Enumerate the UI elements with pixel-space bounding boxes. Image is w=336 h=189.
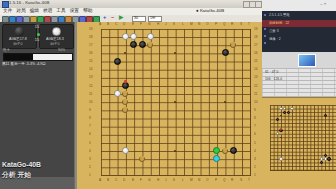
toolbar-field-value: 1秒 — [150, 16, 156, 20]
list-row-text: 偶像 · 2 — [269, 37, 281, 41]
winrate-bar — [3, 53, 73, 61]
coord-number-left: 13 — [89, 75, 93, 79]
coord-number-right: 15 — [254, 59, 258, 63]
coord-letter-top: M — [190, 22, 193, 26]
coord-number-right: 13 — [254, 75, 258, 79]
menu-item-对局[interactable]: 对局 — [16, 8, 25, 13]
coord-number-left: 3 — [89, 157, 91, 161]
close-button[interactable] — [255, 1, 262, 8]
coord-letter-bottom: B — [107, 178, 109, 182]
coord-number-left: 9 — [89, 108, 91, 112]
menu-item-工具[interactable]: 工具 — [56, 8, 65, 13]
secondary-window-buttons[interactable]: – × — [320, 1, 326, 6]
coord-letter-bottom: O — [206, 178, 208, 182]
list-row-text: 点赞 3 — [269, 29, 279, 33]
coord-number-right: 19 — [254, 27, 258, 31]
list-row-text: 2.5.1 4.5 黑胜 — [269, 13, 290, 17]
menu-item-棋谱[interactable]: 棋谱 — [43, 8, 52, 13]
black-stone[interactable] — [324, 154, 327, 157]
black-player-name: AI绝艺17.8 — [3, 37, 33, 41]
move-info-line: 黑11 最后一手 -5.3% -4.9目 — [2, 62, 46, 66]
black-stone[interactable] — [222, 49, 229, 56]
black-stone[interactable] — [276, 118, 279, 121]
toolbar-control-3[interactable]: ▶ — [119, 15, 123, 20]
white-player-name: AI绝艺18.3 — [40, 37, 70, 41]
coord-letter-top: J — [165, 22, 167, 26]
white-player-card: AI绝艺18.3 贴子0 — [39, 24, 74, 49]
menu-item-帮助[interactable]: 帮助 — [83, 8, 92, 13]
black-player-sub: 贴子0 — [3, 42, 33, 46]
coord-letter-top: S — [240, 22, 242, 26]
white-player-sub: 贴子0 — [40, 42, 70, 46]
menu-item-编辑[interactable]: 编辑 — [30, 8, 39, 13]
coord-number-left: 4 — [89, 149, 91, 153]
toolbar-control-2[interactable]: − — [111, 15, 114, 20]
coord-number-right: 7 — [254, 124, 256, 128]
coord-letter-top: C — [115, 22, 117, 26]
winrate-label: 胜率 — [3, 48, 10, 52]
coord-letter-bottom: C — [115, 178, 117, 182]
go-analysis-app: 1.5.16 - KataGo-40B 文件对局编辑棋谱工具设置帮助 ● Kat… — [0, 0, 336, 189]
list-row[interactable]: 点赞 3 — [262, 28, 336, 35]
white-stone[interactable] — [290, 107, 293, 110]
list-row-text: 训练时间 · 22 — [269, 21, 289, 25]
coord-letter-top: E — [132, 22, 134, 26]
black-stone[interactable] — [114, 58, 121, 65]
white-counter: 15 — [33, 37, 41, 42]
toolbar-control-1[interactable]: + — [103, 15, 106, 20]
coord-letter-bottom: N — [198, 178, 200, 182]
last-move-marker — [124, 80, 127, 83]
list-row[interactable]: 2.5.1 4.5 黑胜 — [262, 12, 336, 19]
black-stone[interactable] — [139, 41, 146, 48]
coord-number-right: 8 — [254, 116, 256, 120]
black-stone[interactable] — [230, 147, 237, 154]
coord-letter-top: R — [231, 22, 233, 26]
black-stone-icon — [15, 27, 24, 36]
coord-number-right: 2 — [254, 165, 256, 169]
coord-number-left: 10 — [89, 100, 93, 104]
coord-number-right: 16 — [254, 51, 258, 55]
list-row[interactable]: 训练时间 · 22 — [262, 20, 336, 27]
coord-number-left: 5 — [89, 141, 91, 145]
coord-letter-bottom: A — [99, 178, 101, 182]
coord-letter-bottom: M — [190, 178, 193, 182]
table-row-text[interactable]: 61 · 47.0 — [265, 70, 278, 74]
coord-number-left: 14 — [89, 67, 93, 71]
panel-bottom-strip — [0, 177, 74, 189]
variation-go-board[interactable] — [262, 97, 336, 189]
white-stone-icon — [52, 27, 61, 36]
analysis-table: 61 · 47.0106 · 126.0 — [262, 68, 336, 97]
coord-number-left: 16 — [89, 51, 93, 55]
table-row-text[interactable]: 106 · 126.0 — [265, 77, 282, 81]
coord-letter-top: B — [107, 22, 109, 26]
coord-number-left: 18 — [89, 35, 93, 39]
coord-letter-bottom: T — [248, 178, 250, 182]
toolbar-field-value: 30 — [134, 16, 138, 20]
white-stone[interactable] — [114, 90, 121, 97]
coord-number-right: 4 — [254, 149, 256, 153]
star-point — [325, 137, 326, 138]
coord-number-left: 8 — [89, 116, 91, 120]
white-stone[interactable] — [147, 33, 154, 40]
coord-letter-bottom: P — [215, 178, 217, 182]
coord-number-right: 6 — [254, 132, 256, 136]
black-stone[interactable] — [122, 82, 129, 89]
coord-number-right: 11 — [254, 92, 257, 96]
coord-letter-top: N — [198, 22, 200, 26]
coord-letter-bottom: J — [165, 178, 167, 182]
coord-letter-top: Q — [223, 22, 225, 26]
coord-letter-bottom: H — [157, 178, 159, 182]
coord-letter-top: H — [157, 22, 159, 26]
black-counter: 15 — [33, 24, 41, 29]
coord-number-right: 12 — [254, 84, 258, 88]
menu-item-文件[interactable]: 文件 — [3, 8, 12, 13]
info-panel: AI绝艺17.8 贴子0 AI绝艺18.3 贴子0 15 15 胜率 90% 黑… — [0, 22, 74, 189]
star-point — [303, 137, 304, 138]
app-icon — [2, 1, 9, 8]
white-stone[interactable] — [279, 157, 282, 160]
coord-letter-top: P — [215, 22, 217, 26]
coord-letter-bottom: R — [231, 178, 233, 182]
coord-number-left: 17 — [89, 43, 93, 47]
coord-letter-top: A — [99, 22, 101, 26]
ai-suggestion-fox-icon[interactable] — [280, 132, 283, 135]
coord-number-right: 1 — [254, 173, 256, 177]
menu-item-设置[interactable]: 设置 — [70, 8, 79, 13]
winrate-black-segment — [4, 54, 33, 60]
coord-number-left: 1 — [89, 173, 91, 177]
black-stone[interactable] — [287, 111, 290, 114]
coord-letter-top: L — [182, 22, 184, 26]
coord-number-left: 12 — [89, 84, 93, 88]
turn-indicator-dot — [37, 33, 40, 36]
main-go-board[interactable]: AABBCCDDEEFFGGHHJJKKLLMMNNOOPPQQRRSSTT19… — [77, 22, 262, 189]
coord-number-left: 6 — [89, 132, 91, 136]
game-list-panel: 2.5.1 4.5 黑胜训练时间 · 22点赞 3偶像 · 2 — [262, 11, 336, 52]
coord-number-right: 14 — [254, 67, 258, 71]
coord-letter-bottom: S — [240, 178, 242, 182]
coord-number-left: 7 — [89, 124, 91, 128]
coord-number-right: 17 — [254, 43, 258, 47]
coord-number-right: 3 — [254, 157, 256, 161]
coord-number-right: 5 — [254, 141, 256, 145]
ai-suggestion-fox-icon[interactable] — [222, 148, 228, 154]
coord-number-left: 19 — [89, 27, 93, 31]
star-point — [174, 150, 176, 152]
coord-letter-top: G — [148, 22, 150, 26]
coord-number-left: 15 — [89, 59, 93, 63]
list-row[interactable]: 偶像 · 2 — [262, 36, 336, 43]
white-stone[interactable] — [122, 33, 129, 40]
preview-thumbnail[interactable] — [298, 54, 316, 67]
window-title: 1.5.16 - KataGo-40B — [9, 0, 49, 5]
coord-letter-bottom: D — [123, 178, 125, 182]
star-point — [224, 101, 226, 103]
coord-number-left: 2 — [89, 165, 91, 169]
coord-letter-top: D — [123, 22, 125, 26]
coord-letter-top: K — [173, 22, 175, 26]
coord-letter-bottom: K — [173, 178, 175, 182]
black-stone[interactable] — [327, 157, 330, 160]
winrate-right-label: 90% — [58, 48, 65, 52]
coord-letter-top: O — [206, 22, 208, 26]
engine-indicator: ● KataGo-40B — [196, 8, 224, 13]
caption-analysis-start: 分析 开始 — [2, 171, 31, 179]
coord-letter-bottom: Q — [223, 178, 225, 182]
coord-number-left: 11 — [89, 92, 92, 96]
black-player-card: AI绝艺17.8 贴子0 — [2, 24, 37, 49]
coord-number-right: 9 — [254, 108, 256, 112]
coord-letter-bottom: F — [140, 178, 142, 182]
coord-letter-bottom: G — [148, 178, 150, 182]
coord-letter-bottom: L — [182, 178, 184, 182]
right-column: – × 2.5.1 4.5 黑胜训练时间 · 22点赞 3偶像 · 2 61 ·… — [262, 0, 336, 189]
caption-engine: KataGo-40B — [2, 161, 41, 169]
coord-number-right: 10 — [254, 100, 258, 104]
ai-suggestion-fox-icon[interactable] — [139, 156, 145, 162]
coord-letter-top: F — [140, 22, 142, 26]
coord-number-right: 18 — [254, 35, 258, 39]
star-point — [303, 158, 304, 159]
star-point — [280, 137, 281, 138]
last-move-marker — [280, 128, 282, 130]
coord-letter-top: T — [248, 22, 250, 26]
coord-letter-bottom: E — [132, 178, 134, 182]
